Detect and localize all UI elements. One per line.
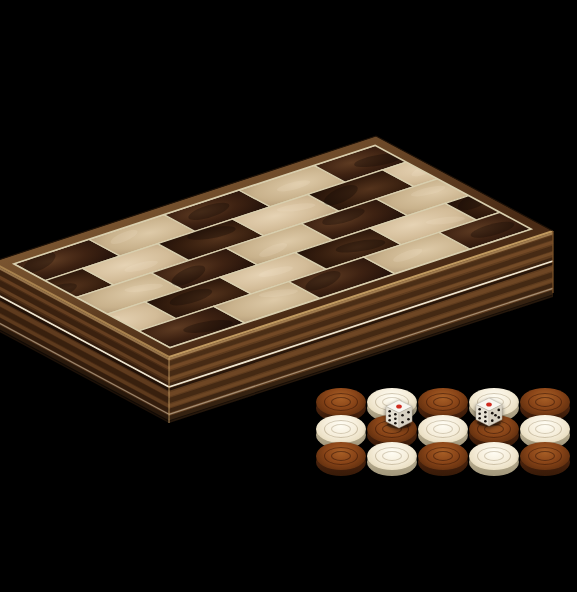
checker-brown	[520, 442, 570, 476]
checkers-tray-grid	[316, 388, 571, 469]
checker-top	[316, 415, 366, 443]
checker-top	[316, 442, 366, 470]
tray-cell	[316, 415, 367, 442]
tray-cell	[520, 388, 571, 415]
tray-cell	[367, 442, 418, 469]
checker-top	[367, 442, 417, 470]
checker-white	[367, 442, 417, 476]
tray-cell	[316, 442, 367, 469]
checker-white	[469, 442, 519, 476]
checker-brown	[316, 442, 366, 476]
tray-cell	[418, 388, 469, 415]
tray-cell	[520, 415, 571, 442]
tray-cell	[469, 442, 520, 469]
tray-cell	[316, 388, 367, 415]
checker-top	[418, 442, 468, 470]
checker-top	[469, 442, 519, 470]
die	[385, 399, 413, 430]
die	[475, 397, 503, 428]
backgammon-case	[0, 0, 577, 592]
product-image	[0, 0, 577, 592]
checker-top	[316, 388, 366, 416]
checker-top	[418, 388, 468, 416]
checker-top	[520, 442, 570, 470]
checker-top	[418, 415, 468, 443]
checker-brown	[418, 442, 468, 476]
tray-cell	[418, 442, 469, 469]
tray-cell	[520, 442, 571, 469]
checker-top	[520, 415, 570, 443]
checker-top	[520, 388, 570, 416]
tray-cell	[418, 415, 469, 442]
